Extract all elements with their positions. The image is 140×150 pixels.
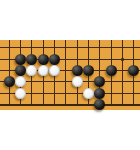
white-stone[interactable]	[83, 88, 94, 99]
black-stone[interactable]	[83, 65, 94, 76]
white-stone[interactable]	[49, 65, 60, 76]
grid-line-vertical	[122, 40, 123, 106]
black-stone[interactable]	[49, 54, 60, 65]
white-stone[interactable]	[15, 88, 26, 99]
black-stone[interactable]	[15, 54, 26, 65]
go-diagram-screenshot	[0, 0, 140, 150]
black-stone[interactable]	[72, 65, 83, 76]
black-stone[interactable]	[106, 65, 117, 76]
star-point	[121, 58, 124, 61]
black-stone[interactable]	[94, 99, 105, 110]
black-stone[interactable]	[15, 65, 26, 76]
black-stone[interactable]	[38, 54, 49, 65]
black-stone[interactable]	[4, 76, 15, 87]
grid-line-vertical	[9, 40, 10, 106]
white-stone[interactable]	[26, 65, 37, 76]
white-stone[interactable]	[38, 65, 49, 76]
grid-line-vertical	[65, 40, 66, 106]
board-edge-line	[0, 104, 140, 106]
black-stone[interactable]	[94, 88, 105, 99]
black-stone[interactable]	[94, 76, 105, 87]
black-stone[interactable]	[128, 65, 139, 76]
grid-line-horizontal	[0, 47, 140, 48]
white-stone[interactable]	[15, 76, 26, 87]
black-stone[interactable]	[26, 54, 37, 65]
go-board[interactable]	[0, 40, 140, 110]
white-stone[interactable]	[72, 76, 83, 87]
